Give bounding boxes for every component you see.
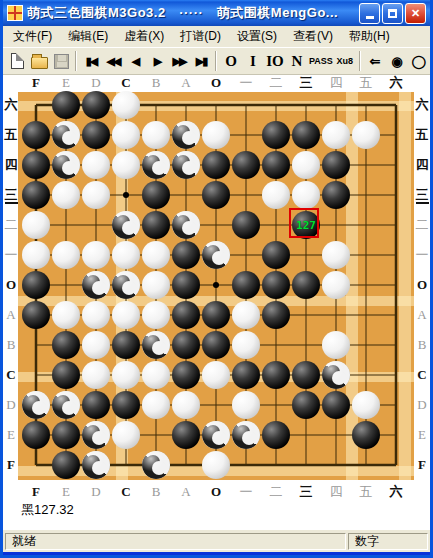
stone-white[interactable] — [202, 121, 230, 149]
stone-white[interactable] — [172, 391, 200, 419]
mark-N-button[interactable]: N — [286, 50, 308, 72]
mark-IO-button[interactable]: IO — [264, 50, 286, 72]
status-bar: 就绪 数字 — [3, 529, 430, 552]
coord-right-六: 六 — [413, 97, 431, 113]
status-mode[interactable]: 数字 — [348, 533, 428, 550]
app-window: 萌式三色围棋M3Go3.2 ····· 萌式围棋MengGo... ✕ 文件(F… — [0, 0, 433, 558]
stone-black[interactable] — [142, 181, 170, 209]
minimize-button[interactable] — [359, 3, 380, 24]
coord-top-A: A — [177, 75, 195, 91]
xu8-button[interactable]: Xu8 — [334, 50, 356, 72]
stone-white[interactable] — [82, 241, 110, 269]
stone-taiji[interactable] — [112, 211, 140, 239]
coord-bottom-C: C — [117, 484, 135, 500]
stone-taiji[interactable] — [202, 241, 230, 269]
new-button[interactable] — [6, 50, 28, 72]
stone-black[interactable] — [82, 391, 110, 419]
menu-item-5[interactable]: 查看(V) — [285, 26, 341, 47]
stone-white[interactable] — [322, 121, 350, 149]
partial-circle-button[interactable]: ◯ — [408, 50, 430, 72]
stone-white[interactable] — [202, 361, 230, 389]
coord-left-一: 一 — [2, 247, 20, 263]
stone-black[interactable] — [352, 421, 380, 449]
coord-left-三: 三 — [2, 187, 20, 203]
stone-white[interactable] — [82, 181, 110, 209]
stone-black[interactable] — [292, 121, 320, 149]
coord-right-五: 五 — [413, 127, 431, 143]
minimize-icon — [366, 16, 374, 19]
stone-white[interactable] — [352, 391, 380, 419]
coord-right-A: A — [413, 307, 431, 323]
stone-white[interactable] — [112, 241, 140, 269]
stone-white[interactable] — [112, 151, 140, 179]
coord-bottom-五: 五 — [357, 484, 375, 500]
coord-right-B: B — [413, 337, 431, 353]
stone-black[interactable] — [52, 451, 80, 479]
stone-taiji[interactable] — [172, 121, 200, 149]
menu-bar: 文件(F)编辑(E)虚着(X)打谱(D)设置(S)查看(V)帮助(H) — [3, 26, 430, 48]
stone-taiji[interactable] — [82, 271, 110, 299]
stone-taiji[interactable] — [142, 331, 170, 359]
stone-white[interactable] — [112, 301, 140, 329]
mark-I-button[interactable]: I — [242, 50, 264, 72]
stone-taiji[interactable] — [52, 391, 80, 419]
toolbar-separator — [75, 51, 77, 71]
mark-O-button[interactable]: O — [220, 50, 242, 72]
menu-item-0[interactable]: 文件(F) — [5, 26, 60, 47]
stone-black[interactable] — [262, 151, 290, 179]
coord-bottom-A: A — [177, 484, 195, 500]
coord-right-C: C — [413, 367, 431, 383]
move-info-line: 黑127.32 — [3, 500, 430, 520]
stone-black[interactable] — [322, 181, 350, 209]
coord-left-O: O — [2, 277, 20, 293]
stone-taiji[interactable] — [52, 151, 80, 179]
stone-taiji[interactable] — [172, 211, 200, 239]
stone-white[interactable] — [112, 91, 140, 119]
maximize-button[interactable] — [382, 3, 403, 24]
stone-black[interactable] — [322, 391, 350, 419]
stone-black[interactable] — [22, 271, 50, 299]
coord-left-D: D — [2, 397, 20, 413]
coord-top-一: 一 — [237, 75, 255, 91]
coord-bottom-F: F — [27, 484, 45, 500]
stone-black[interactable] — [52, 91, 80, 119]
stone-taiji[interactable] — [142, 151, 170, 179]
coord-top-F: F — [27, 75, 45, 91]
coord-left-六: 六 — [2, 97, 20, 113]
menu-item-2[interactable]: 虚着(X) — [116, 26, 172, 47]
coord-bottom-E: E — [57, 484, 75, 500]
stone-black[interactable] — [172, 241, 200, 269]
stone-white[interactable] — [352, 121, 380, 149]
stone-black[interactable] — [262, 301, 290, 329]
stone-black[interactable] — [262, 271, 290, 299]
coord-left-C: C — [2, 367, 20, 383]
fast-back-button[interactable]: ◀◀ — [102, 50, 124, 72]
stone-black[interactable] — [22, 421, 50, 449]
stone-white[interactable] — [142, 121, 170, 149]
coord-right-三: 三 — [413, 187, 431, 203]
coord-left-E: E — [2, 427, 20, 443]
coord-right-一: 一 — [413, 247, 431, 263]
board-area: 127 FFEEDDCCBBAAOO一一二二三三四四五五六六六六五五四四三三二二… — [3, 75, 430, 500]
back-button[interactable]: ◀ — [124, 50, 146, 72]
open-button[interactable] — [28, 50, 50, 72]
stone-black[interactable] — [22, 151, 50, 179]
stone-black[interactable] — [112, 331, 140, 359]
coord-top-E: E — [57, 75, 75, 91]
stone-taiji[interactable] — [22, 391, 50, 419]
to-end-button[interactable]: ▶▮ — [190, 50, 212, 72]
stone-white[interactable] — [22, 241, 50, 269]
stone-white[interactable] — [22, 211, 50, 239]
stone-black[interactable] — [172, 421, 200, 449]
open-folder-icon — [31, 57, 48, 69]
close-button[interactable]: ✕ — [405, 3, 426, 24]
last-move-number: 127 — [296, 219, 316, 232]
stone-black[interactable] — [22, 121, 50, 149]
stone-taiji[interactable] — [232, 421, 260, 449]
stone-black[interactable] — [172, 301, 200, 329]
title-bar[interactable]: 萌式三色围棋M3Go3.2 ····· 萌式围棋MengGo... ✕ — [3, 0, 430, 26]
toolbar-separator — [215, 51, 217, 71]
stone-black[interactable] — [172, 271, 200, 299]
new-file-icon — [11, 53, 24, 69]
stone-white[interactable] — [52, 241, 80, 269]
stone-white[interactable] — [82, 301, 110, 329]
maximize-icon — [388, 9, 397, 18]
menu-item-4[interactable]: 设置(S) — [229, 26, 285, 47]
pass-button[interactable]: PASS — [308, 50, 334, 72]
stone-black[interactable] — [232, 211, 260, 239]
coord-left-五: 五 — [2, 127, 20, 143]
stone-black[interactable] — [202, 151, 230, 179]
stone-black[interactable] — [22, 301, 50, 329]
stone-white[interactable] — [142, 361, 170, 389]
stone-black[interactable] — [52, 361, 80, 389]
stone-white[interactable] — [232, 391, 260, 419]
stone-white[interactable] — [142, 301, 170, 329]
stone-black[interactable] — [262, 421, 290, 449]
stone-white[interactable] — [82, 361, 110, 389]
stone-taiji[interactable] — [52, 121, 80, 149]
stone-black[interactable] — [292, 361, 320, 389]
coord-right-F: F — [413, 457, 431, 473]
stone-white[interactable] — [112, 361, 140, 389]
coord-bottom-D: D — [87, 484, 105, 500]
coord-left-F: F — [2, 457, 20, 473]
stone-white[interactable] — [232, 331, 260, 359]
move-info-text: 黑127.32 — [21, 501, 74, 519]
stone-white[interactable] — [232, 301, 260, 329]
stone-white[interactable] — [52, 301, 80, 329]
gap — [3, 520, 430, 529]
stone-black[interactable] — [292, 271, 320, 299]
coord-top-C: C — [117, 75, 135, 91]
stone-black[interactable] — [232, 361, 260, 389]
stone-black[interactable] — [82, 91, 110, 119]
coord-right-二: 二 — [413, 217, 431, 233]
stone-black[interactable] — [292, 391, 320, 419]
forward-button[interactable]: ▶ — [146, 50, 168, 72]
stone-white[interactable] — [112, 121, 140, 149]
save-button[interactable] — [50, 50, 72, 72]
stone-taiji[interactable] — [172, 151, 200, 179]
stone-black[interactable] — [112, 391, 140, 419]
stone-taiji[interactable] — [142, 451, 170, 479]
stone-black[interactable] — [52, 421, 80, 449]
coord-top-B: B — [147, 75, 165, 91]
coord-top-O: O — [207, 75, 225, 91]
toolbar: ▮◀ ◀◀ ◀ ▶ ▶▶ ▶▮ O I IO N PASS Xu8 ⇐ ◉ ◯ — [3, 48, 430, 75]
stone-black[interactable] — [142, 211, 170, 239]
coord-right-O: O — [413, 277, 431, 293]
coord-bottom-二: 二 — [267, 484, 285, 500]
stone-black[interactable] — [232, 271, 260, 299]
menu-item-1[interactable]: 编辑(E) — [60, 26, 116, 47]
to-start-button[interactable]: ▮◀ — [80, 50, 102, 72]
coord-top-三: 三 — [297, 75, 315, 91]
stone-white[interactable] — [322, 331, 350, 359]
coord-bottom-O: O — [207, 484, 225, 500]
coord-left-二: 二 — [2, 217, 20, 233]
stone-white[interactable] — [82, 331, 110, 359]
coord-top-六: 六 — [387, 75, 405, 91]
stone-black[interactable] — [52, 331, 80, 359]
window-title: 萌式三色围棋M3Go3.2 ····· 萌式围棋MengGo... — [27, 4, 357, 22]
coord-bottom-三: 三 — [297, 484, 315, 500]
coord-left-A: A — [2, 307, 20, 323]
status-ready: 就绪 — [5, 533, 346, 550]
coord-top-二: 二 — [267, 75, 285, 91]
stone-white[interactable] — [202, 451, 230, 479]
stone-black[interactable] — [262, 121, 290, 149]
stone-white[interactable] — [292, 181, 320, 209]
stone-white[interactable] — [262, 181, 290, 209]
stone-taiji[interactable] — [202, 421, 230, 449]
app-icon — [7, 5, 23, 21]
stone-white[interactable] — [142, 241, 170, 269]
stone-white[interactable] — [82, 151, 110, 179]
coord-top-D: D — [87, 75, 105, 91]
stone-black[interactable] — [82, 121, 110, 149]
stone-black[interactable] — [232, 151, 260, 179]
stone-taiji[interactable] — [82, 421, 110, 449]
coord-top-五: 五 — [357, 75, 375, 91]
stone-white[interactable] — [322, 241, 350, 269]
fast-forward-button[interactable]: ▶▶ — [168, 50, 190, 72]
record-dot-button[interactable]: ◉ — [386, 50, 408, 72]
stone-taiji[interactable] — [82, 451, 110, 479]
stone-white[interactable] — [142, 271, 170, 299]
coord-bottom-四: 四 — [327, 484, 345, 500]
menu-item-6[interactable]: 帮助(H) — [341, 26, 398, 47]
stone-black[interactable] — [202, 181, 230, 209]
stone-white[interactable] — [322, 271, 350, 299]
stone-black[interactable] — [172, 361, 200, 389]
stone-taiji[interactable] — [112, 271, 140, 299]
coord-bottom-六: 六 — [387, 484, 405, 500]
coord-right-E: E — [413, 427, 431, 443]
save-disk-icon — [54, 54, 69, 69]
stone-black[interactable] — [262, 361, 290, 389]
toolbar-separator — [359, 51, 361, 71]
stone-taiji[interactable] — [322, 361, 350, 389]
stone-black[interactable] — [22, 181, 50, 209]
stone-black[interactable] — [172, 331, 200, 359]
back-arrow-button[interactable]: ⇐ — [364, 50, 386, 72]
stone-white[interactable] — [142, 391, 170, 419]
stone-white[interactable] — [292, 151, 320, 179]
stone-white[interactable] — [52, 181, 80, 209]
go-board[interactable]: 127 — [18, 92, 414, 480]
coord-top-四: 四 — [327, 75, 345, 91]
stone-white[interactable] — [112, 421, 140, 449]
menu-item-3[interactable]: 打谱(D) — [172, 26, 229, 47]
coord-bottom-B: B — [147, 484, 165, 500]
coord-left-B: B — [2, 337, 20, 353]
stone-black[interactable] — [322, 151, 350, 179]
coord-right-四: 四 — [413, 157, 431, 173]
coord-left-四: 四 — [2, 157, 20, 173]
coord-right-D: D — [413, 397, 431, 413]
coord-bottom-一: 一 — [237, 484, 255, 500]
stone-black[interactable] — [262, 241, 290, 269]
stone-black[interactable] — [202, 331, 230, 359]
stone-black[interactable] — [202, 301, 230, 329]
